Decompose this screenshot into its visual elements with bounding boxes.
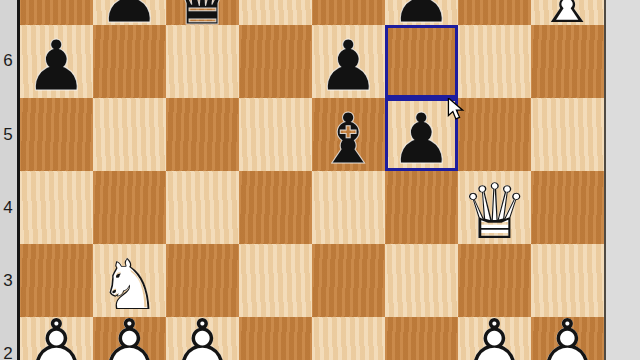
piece-bP-e6[interactable]: ♟: [312, 29, 385, 102]
square-g5[interactable]: [458, 98, 531, 171]
square-b5[interactable]: [93, 98, 166, 171]
rank-label-3: 3: [0, 270, 16, 292]
square-f6[interactable]: [385, 25, 458, 98]
square-e4[interactable]: [312, 171, 385, 244]
rank-label-4: 4: [0, 197, 16, 219]
square-c4[interactable]: [166, 171, 239, 244]
square-d4[interactable]: [239, 171, 312, 244]
square-e6[interactable]: ♟: [312, 25, 385, 98]
square-g7[interactable]: [458, 0, 531, 25]
square-c3[interactable]: [166, 244, 239, 317]
rank-label-2: 2: [0, 343, 16, 360]
square-h6[interactable]: [531, 25, 604, 98]
rank-label-5: 5: [0, 124, 16, 146]
square-a5[interactable]: [20, 98, 93, 171]
square-e7[interactable]: [312, 0, 385, 25]
square-b4[interactable]: [93, 171, 166, 244]
square-a2[interactable]: ♟♙: [20, 317, 93, 360]
square-c2[interactable]: ♟♙: [166, 317, 239, 360]
square-c6[interactable]: [166, 25, 239, 98]
piece-wQ-g4[interactable]: ♛♕: [458, 175, 531, 248]
square-e2[interactable]: [312, 317, 385, 360]
square-f3[interactable]: [385, 244, 458, 317]
square-d6[interactable]: [239, 25, 312, 98]
square-f2[interactable]: [385, 317, 458, 360]
square-a4[interactable]: [20, 171, 93, 244]
piece-wP-h2[interactable]: ♟♙: [531, 308, 604, 360]
square-h4[interactable]: [531, 171, 604, 244]
square-a7[interactable]: [20, 0, 93, 25]
square-b7[interactable]: ♟: [93, 0, 166, 25]
square-g2[interactable]: ♟♙: [458, 317, 531, 360]
square-h3[interactable]: [531, 244, 604, 317]
rank-coordinate-gutter: 65432: [0, 0, 17, 360]
right-margin: [606, 0, 640, 360]
square-c5[interactable]: [166, 98, 239, 171]
piece-wP-b2[interactable]: ♟♙: [93, 308, 166, 360]
square-g4[interactable]: ♛♕: [458, 171, 531, 244]
chess-board: ♟♛♟♝♗♟♟♝♟♛♕♞♘♟♙♟♙♟♙♟♙♟♙: [20, 0, 604, 360]
square-f7[interactable]: ♟: [385, 0, 458, 25]
square-h5[interactable]: [531, 98, 604, 171]
piece-wP-a2[interactable]: ♟♙: [20, 308, 93, 360]
piece-bB-e5[interactable]: ♝: [312, 102, 385, 175]
mouse-cursor-icon: [447, 98, 467, 121]
piece-wP-g2[interactable]: ♟♙: [458, 308, 531, 360]
square-g3[interactable]: [458, 244, 531, 317]
rank-label-6: 6: [0, 50, 16, 72]
square-h2[interactable]: ♟♙: [531, 317, 604, 360]
square-d3[interactable]: [239, 244, 312, 317]
piece-wP-c2[interactable]: ♟♙: [166, 308, 239, 360]
square-b6[interactable]: [93, 25, 166, 98]
square-a3[interactable]: [20, 244, 93, 317]
square-b3[interactable]: ♞♘: [93, 244, 166, 317]
board-left-border: [17, 0, 20, 360]
square-f4[interactable]: [385, 171, 458, 244]
square-g6[interactable]: [458, 25, 531, 98]
square-h7[interactable]: ♝♗: [531, 0, 604, 25]
piece-bP-a6[interactable]: ♟: [20, 29, 93, 102]
square-b2[interactable]: ♟♙: [93, 317, 166, 360]
square-e3[interactable]: [312, 244, 385, 317]
square-d5[interactable]: [239, 98, 312, 171]
square-c7[interactable]: ♛: [166, 0, 239, 25]
square-d2[interactable]: [239, 317, 312, 360]
chess-app-screen: ♟♛♟♝♗♟♟♝♟♛♕♞♘♟♙♟♙♟♙♟♙♟♙ 65432: [0, 0, 640, 360]
square-e5[interactable]: ♝: [312, 98, 385, 171]
square-d7[interactable]: [239, 0, 312, 25]
square-a6[interactable]: ♟: [20, 25, 93, 98]
